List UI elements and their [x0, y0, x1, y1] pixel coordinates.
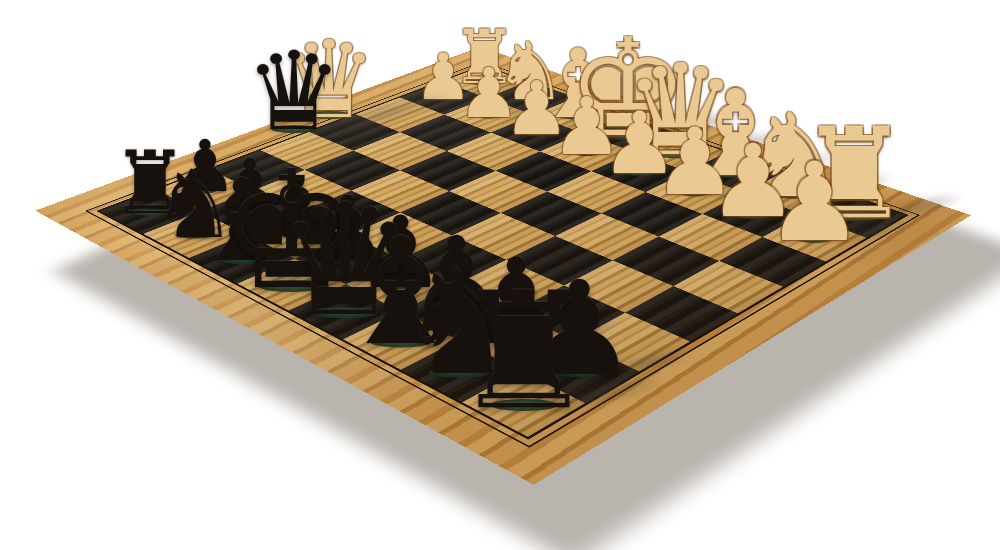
- piece-black-rook-a8[interactable]: ♜: [452, 270, 597, 431]
- piece-white-pawn-a2[interactable]: ♟: [766, 148, 864, 257]
- chess-set-photo: ♜♞♝♛♚♝♞♜♟♟♟♟♟♟♟♟♟♟♟♟♟♟♟♟♜♞♝♛♚♝♞♜♛♛: [0, 0, 1000, 550]
- extra-black-queen[interactable]: ♛: [245, 38, 343, 147]
